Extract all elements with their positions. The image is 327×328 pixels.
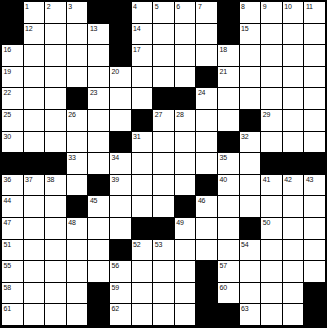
cell-r2c2[interactable]: 12 bbox=[24, 24, 45, 45]
cell-r1c7[interactable]: 4 bbox=[132, 2, 153, 23]
cell-r14c6[interactable]: 59 bbox=[110, 283, 131, 304]
cell-r11c10[interactable] bbox=[196, 218, 217, 239]
black-square-r15c5 bbox=[88, 304, 109, 325]
cell-r12c8[interactable]: 53 bbox=[153, 240, 174, 261]
clue-number-36: 36 bbox=[4, 175, 11, 184]
cell-r4c14[interactable] bbox=[283, 67, 304, 88]
cell-r14c3[interactable] bbox=[45, 283, 66, 304]
black-square-r13c10 bbox=[196, 261, 217, 282]
cell-r7c13[interactable] bbox=[261, 132, 282, 153]
cell-r2c9[interactable] bbox=[175, 24, 196, 45]
cell-r14c14[interactable] bbox=[283, 283, 304, 304]
cell-r9c7[interactable] bbox=[132, 175, 153, 196]
cell-r9c2[interactable]: 37 bbox=[24, 175, 45, 196]
black-square-r14c5 bbox=[88, 283, 109, 304]
cell-r6c11[interactable] bbox=[218, 110, 239, 131]
black-square-r8c2 bbox=[24, 153, 45, 174]
black-square-r15c11 bbox=[218, 304, 239, 325]
cell-r1c13[interactable]: 9 bbox=[261, 2, 282, 23]
clue-number-61: 61 bbox=[4, 304, 11, 313]
clue-number-29: 29 bbox=[263, 110, 270, 119]
cell-r5c7[interactable] bbox=[132, 88, 153, 109]
black-square-r1c6 bbox=[110, 2, 131, 23]
cell-r14c12[interactable] bbox=[240, 283, 261, 304]
cell-r9c15[interactable]: 43 bbox=[304, 175, 325, 196]
cell-r10c6[interactable] bbox=[110, 196, 131, 217]
clue-number-16: 16 bbox=[4, 45, 11, 54]
cell-r1c12[interactable]: 8 bbox=[240, 2, 261, 23]
black-square-r5c9 bbox=[175, 88, 196, 109]
clue-number-21: 21 bbox=[220, 67, 227, 76]
cell-r13c8[interactable] bbox=[153, 261, 174, 282]
cell-r12c7[interactable]: 52 bbox=[132, 240, 153, 261]
black-square-r7c11 bbox=[218, 132, 239, 153]
cell-r6c6[interactable] bbox=[110, 110, 131, 131]
clue-number-60: 60 bbox=[220, 283, 227, 292]
black-square-r12c6 bbox=[110, 240, 131, 261]
cell-r10c12[interactable] bbox=[240, 196, 261, 217]
cell-r10c15[interactable] bbox=[304, 196, 325, 217]
cell-r10c10[interactable]: 46 bbox=[196, 196, 217, 217]
black-square-r8c15 bbox=[304, 153, 325, 174]
cell-r10c11[interactable] bbox=[218, 196, 239, 217]
cell-r3c3[interactable] bbox=[45, 45, 66, 66]
cell-r4c7[interactable] bbox=[132, 67, 153, 88]
cell-r2c8[interactable] bbox=[153, 24, 174, 45]
cell-r10c14[interactable] bbox=[283, 196, 304, 217]
cell-r13c13[interactable] bbox=[261, 261, 282, 282]
clue-number-46: 46 bbox=[198, 196, 205, 205]
cell-r4c2[interactable] bbox=[24, 67, 45, 88]
cell-r11c4[interactable]: 48 bbox=[67, 218, 88, 239]
cell-r11c14[interactable] bbox=[283, 218, 304, 239]
clue-number-14: 14 bbox=[133, 24, 140, 33]
cell-r7c1[interactable]: 30 bbox=[2, 132, 23, 153]
clue-number-8: 8 bbox=[241, 2, 245, 11]
cell-r15c1[interactable]: 61 bbox=[2, 304, 23, 325]
cell-r8c9[interactable] bbox=[175, 153, 196, 174]
clue-number-15: 15 bbox=[241, 24, 248, 33]
cell-r6c13[interactable]: 29 bbox=[261, 110, 282, 131]
clue-number-41: 41 bbox=[263, 175, 270, 184]
cell-r3c14[interactable] bbox=[283, 45, 304, 66]
clue-number-39: 39 bbox=[112, 175, 119, 184]
cell-r8c8[interactable] bbox=[153, 153, 174, 174]
cell-r9c13[interactable]: 41 bbox=[261, 175, 282, 196]
cell-r6c9[interactable]: 28 bbox=[175, 110, 196, 131]
clue-number-44: 44 bbox=[4, 196, 11, 205]
cell-r13c3[interactable] bbox=[45, 261, 66, 282]
cell-r6c5[interactable] bbox=[88, 110, 109, 131]
cell-r3c9[interactable] bbox=[175, 45, 196, 66]
cell-r1c15[interactable]: 11 bbox=[304, 2, 325, 23]
cell-r13c6[interactable]: 56 bbox=[110, 261, 131, 282]
clue-number-10: 10 bbox=[284, 2, 291, 11]
clue-number-34: 34 bbox=[112, 153, 119, 162]
cell-r15c7[interactable] bbox=[132, 304, 153, 325]
clue-number-30: 30 bbox=[4, 132, 11, 141]
clue-number-24: 24 bbox=[198, 88, 205, 97]
cell-r9c14[interactable]: 42 bbox=[283, 175, 304, 196]
clue-number-28: 28 bbox=[176, 110, 183, 119]
cell-r13c1[interactable]: 55 bbox=[2, 261, 23, 282]
cell-r10c3[interactable] bbox=[45, 196, 66, 217]
cell-r13c7[interactable] bbox=[132, 261, 153, 282]
cell-r4c12[interactable] bbox=[240, 67, 261, 88]
cell-r6c14[interactable] bbox=[283, 110, 304, 131]
cell-r13c9[interactable] bbox=[175, 261, 196, 282]
cell-r6c15[interactable] bbox=[304, 110, 325, 131]
cell-r14c4[interactable] bbox=[67, 283, 88, 304]
cell-r10c2[interactable] bbox=[24, 196, 45, 217]
cell-r1c9[interactable]: 6 bbox=[175, 2, 196, 23]
clue-number-47: 47 bbox=[4, 218, 11, 227]
black-square-r5c8 bbox=[153, 88, 174, 109]
cell-r7c2[interactable] bbox=[24, 132, 45, 153]
cell-r7c10[interactable] bbox=[196, 132, 217, 153]
cell-r5c6[interactable] bbox=[110, 88, 131, 109]
cell-r2c3[interactable] bbox=[45, 24, 66, 45]
clue-number-25: 25 bbox=[4, 110, 11, 119]
clue-number-58: 58 bbox=[4, 283, 11, 292]
cell-r12c11[interactable] bbox=[218, 240, 239, 261]
cell-r6c10[interactable] bbox=[196, 110, 217, 131]
cell-r14c2[interactable] bbox=[24, 283, 45, 304]
black-square-r10c9 bbox=[175, 196, 196, 217]
cell-r3c10[interactable] bbox=[196, 45, 217, 66]
black-square-r2c1 bbox=[2, 24, 23, 45]
black-square-r15c15 bbox=[304, 304, 325, 325]
cell-r5c5[interactable]: 23 bbox=[88, 88, 109, 109]
cell-r15c14[interactable] bbox=[283, 304, 304, 325]
cell-r3c4[interactable] bbox=[67, 45, 88, 66]
cell-r9c4[interactable] bbox=[67, 175, 88, 196]
clue-number-55: 55 bbox=[4, 261, 11, 270]
cell-r12c10[interactable] bbox=[196, 240, 217, 261]
cell-r10c7[interactable] bbox=[132, 196, 153, 217]
cell-r13c5[interactable] bbox=[88, 261, 109, 282]
cell-r1c10[interactable]: 7 bbox=[196, 2, 217, 23]
clue-number-9: 9 bbox=[263, 2, 267, 11]
cell-r3c7[interactable]: 17 bbox=[132, 45, 153, 66]
cell-r15c3[interactable] bbox=[45, 304, 66, 325]
cell-r5c15[interactable] bbox=[304, 88, 325, 109]
clue-number-26: 26 bbox=[68, 110, 75, 119]
cell-r7c15[interactable] bbox=[304, 132, 325, 153]
clue-number-31: 31 bbox=[133, 132, 140, 141]
cell-r12c3[interactable] bbox=[45, 240, 66, 261]
cell-r12c1[interactable]: 51 bbox=[2, 240, 23, 261]
clue-number-38: 38 bbox=[47, 175, 54, 184]
cell-r6c8[interactable]: 27 bbox=[153, 110, 174, 131]
cell-r8c7[interactable] bbox=[132, 153, 153, 174]
clue-number-20: 20 bbox=[112, 67, 119, 76]
cell-r12c9[interactable] bbox=[175, 240, 196, 261]
clue-number-3: 3 bbox=[68, 2, 72, 11]
cell-r8c6[interactable]: 34 bbox=[110, 153, 131, 174]
cell-r4c1[interactable]: 19 bbox=[2, 67, 23, 88]
cell-r15c12[interactable]: 63 bbox=[240, 304, 261, 325]
cell-r2c12[interactable]: 15 bbox=[240, 24, 261, 45]
black-square-r5c4 bbox=[67, 88, 88, 109]
cell-r1c2[interactable]: 1 bbox=[24, 2, 45, 23]
black-square-r1c11 bbox=[218, 2, 239, 23]
cell-r9c6[interactable]: 39 bbox=[110, 175, 131, 196]
cell-r14c8[interactable] bbox=[153, 283, 174, 304]
clue-number-4: 4 bbox=[133, 2, 137, 11]
black-square-r10c4 bbox=[67, 196, 88, 217]
cell-r1c8[interactable]: 5 bbox=[153, 2, 174, 23]
cell-r5c10[interactable]: 24 bbox=[196, 88, 217, 109]
cell-r14c1[interactable]: 58 bbox=[2, 283, 23, 304]
cell-r1c14[interactable]: 10 bbox=[283, 2, 304, 23]
cell-r7c8[interactable] bbox=[153, 132, 174, 153]
clue-number-11: 11 bbox=[306, 2, 313, 11]
cell-r7c12[interactable]: 32 bbox=[240, 132, 261, 153]
cell-r1c3[interactable]: 2 bbox=[45, 2, 66, 23]
cell-r3c8[interactable] bbox=[153, 45, 174, 66]
black-square-r9c10 bbox=[196, 175, 217, 196]
black-square-r6c12 bbox=[240, 110, 261, 131]
black-square-r8c3 bbox=[45, 153, 66, 174]
cell-r2c10[interactable] bbox=[196, 24, 217, 45]
cell-r3c15[interactable] bbox=[304, 45, 325, 66]
clue-number-13: 13 bbox=[90, 24, 97, 33]
clue-number-1: 1 bbox=[25, 2, 29, 11]
crossword-grid: 1234567891011121314151617181920212223242… bbox=[0, 0, 327, 328]
clue-number-35: 35 bbox=[220, 153, 227, 162]
cell-r5c1[interactable]: 22 bbox=[2, 88, 23, 109]
cell-r9c3[interactable]: 38 bbox=[45, 175, 66, 196]
black-square-r11c12 bbox=[240, 218, 261, 239]
cell-r11c13[interactable]: 50 bbox=[261, 218, 282, 239]
cell-r9c9[interactable] bbox=[175, 175, 196, 196]
cell-r15c6[interactable]: 62 bbox=[110, 304, 131, 325]
cell-r3c11[interactable]: 18 bbox=[218, 45, 239, 66]
cell-r11c9[interactable]: 49 bbox=[175, 218, 196, 239]
cell-r2c4[interactable] bbox=[67, 24, 88, 45]
clue-number-45: 45 bbox=[90, 196, 97, 205]
black-square-r11c8 bbox=[153, 218, 174, 239]
clue-number-5: 5 bbox=[155, 2, 159, 11]
cell-r11c1[interactable]: 47 bbox=[2, 218, 23, 239]
clue-number-22: 22 bbox=[4, 88, 11, 97]
cell-r4c11[interactable]: 21 bbox=[218, 67, 239, 88]
cell-r2c5[interactable]: 13 bbox=[88, 24, 109, 45]
clue-number-54: 54 bbox=[241, 240, 248, 249]
cell-r3c1[interactable]: 16 bbox=[2, 45, 23, 66]
cell-r2c14[interactable] bbox=[283, 24, 304, 45]
cell-r7c3[interactable] bbox=[45, 132, 66, 153]
black-square-r1c5 bbox=[88, 2, 109, 23]
cell-r5c2[interactable] bbox=[24, 88, 45, 109]
cell-r13c11[interactable]: 57 bbox=[218, 261, 239, 282]
clue-number-43: 43 bbox=[306, 175, 313, 184]
clue-number-23: 23 bbox=[90, 88, 97, 97]
cell-r6c1[interactable]: 25 bbox=[2, 110, 23, 131]
black-square-r14c10 bbox=[196, 283, 217, 304]
cell-r11c2[interactable] bbox=[24, 218, 45, 239]
cell-r4c13[interactable] bbox=[261, 67, 282, 88]
cell-r13c2[interactable] bbox=[24, 261, 45, 282]
cell-r9c12[interactable] bbox=[240, 175, 261, 196]
cell-r8c4[interactable]: 33 bbox=[67, 153, 88, 174]
cell-r14c7[interactable] bbox=[132, 283, 153, 304]
cell-r9c11[interactable]: 40 bbox=[218, 175, 239, 196]
cell-r2c15[interactable] bbox=[304, 24, 325, 45]
clue-number-49: 49 bbox=[176, 218, 183, 227]
cell-r5c3[interactable] bbox=[45, 88, 66, 109]
cell-r5c14[interactable] bbox=[283, 88, 304, 109]
black-square-r2c6 bbox=[110, 24, 131, 45]
black-square-r11c7 bbox=[132, 218, 153, 239]
clue-number-7: 7 bbox=[198, 2, 202, 11]
cell-r6c4[interactable]: 26 bbox=[67, 110, 88, 131]
clue-number-6: 6 bbox=[176, 2, 180, 11]
cell-r6c3[interactable] bbox=[45, 110, 66, 131]
cell-r3c12[interactable] bbox=[240, 45, 261, 66]
clue-number-17: 17 bbox=[133, 45, 140, 54]
cell-r15c13[interactable] bbox=[261, 304, 282, 325]
black-square-r8c14 bbox=[283, 153, 304, 174]
cell-r2c13[interactable] bbox=[261, 24, 282, 45]
cell-r14c13[interactable] bbox=[261, 283, 282, 304]
cell-r14c11[interactable]: 60 bbox=[218, 283, 239, 304]
clue-number-48: 48 bbox=[68, 218, 75, 227]
cell-r15c2[interactable] bbox=[24, 304, 45, 325]
black-square-r3c6 bbox=[110, 45, 131, 66]
clue-number-33: 33 bbox=[68, 153, 75, 162]
cell-r12c14[interactable] bbox=[283, 240, 304, 261]
clue-number-12: 12 bbox=[25, 24, 32, 33]
cell-r1c4[interactable]: 3 bbox=[67, 2, 88, 23]
clue-number-37: 37 bbox=[25, 175, 32, 184]
cell-r4c8[interactable] bbox=[153, 67, 174, 88]
cell-r4c15[interactable] bbox=[304, 67, 325, 88]
cell-r13c4[interactable] bbox=[67, 261, 88, 282]
clue-number-52: 52 bbox=[133, 240, 140, 249]
cell-r12c15[interactable] bbox=[304, 240, 325, 261]
clue-number-32: 32 bbox=[241, 132, 248, 141]
cell-r12c13[interactable] bbox=[261, 240, 282, 261]
black-square-r9c5 bbox=[88, 175, 109, 196]
cell-r2c7[interactable]: 14 bbox=[132, 24, 153, 45]
cell-r11c15[interactable] bbox=[304, 218, 325, 239]
black-square-r6c7 bbox=[132, 110, 153, 131]
clue-number-40: 40 bbox=[220, 175, 227, 184]
crossword-page: 1234567891011121314151617181920212223242… bbox=[0, 0, 327, 328]
cell-r10c1[interactable]: 44 bbox=[2, 196, 23, 217]
cell-r4c4[interactable] bbox=[67, 67, 88, 88]
cell-r13c12[interactable] bbox=[240, 261, 261, 282]
cell-r8c5[interactable] bbox=[88, 153, 109, 174]
cell-r12c4[interactable] bbox=[67, 240, 88, 261]
cell-r13c14[interactable] bbox=[283, 261, 304, 282]
cell-r5c13[interactable] bbox=[261, 88, 282, 109]
black-square-r2c11 bbox=[218, 24, 239, 45]
cell-r3c13[interactable] bbox=[261, 45, 282, 66]
cell-r9c8[interactable] bbox=[153, 175, 174, 196]
clue-number-27: 27 bbox=[155, 110, 162, 119]
clue-number-63: 63 bbox=[241, 304, 248, 313]
clue-number-51: 51 bbox=[4, 240, 11, 249]
black-square-r14c15 bbox=[304, 283, 325, 304]
clue-number-42: 42 bbox=[284, 175, 291, 184]
cell-r15c4[interactable] bbox=[67, 304, 88, 325]
cell-r3c2[interactable] bbox=[24, 45, 45, 66]
cell-r5c12[interactable] bbox=[240, 88, 261, 109]
black-square-r8c1 bbox=[2, 153, 23, 174]
cell-r5c11[interactable] bbox=[218, 88, 239, 109]
cell-r7c7[interactable]: 31 bbox=[132, 132, 153, 153]
clue-number-56: 56 bbox=[112, 261, 119, 270]
clue-number-50: 50 bbox=[263, 218, 270, 227]
cell-r10c8[interactable] bbox=[153, 196, 174, 217]
cell-r7c9[interactable] bbox=[175, 132, 196, 153]
cell-r8c11[interactable]: 35 bbox=[218, 153, 239, 174]
cell-r15c8[interactable] bbox=[153, 304, 174, 325]
clue-number-62: 62 bbox=[112, 304, 119, 313]
black-square-r8c13 bbox=[261, 153, 282, 174]
cell-r11c11[interactable] bbox=[218, 218, 239, 239]
cell-r15c9[interactable] bbox=[175, 304, 196, 325]
clue-number-57: 57 bbox=[220, 261, 227, 270]
cell-r11c5[interactable] bbox=[88, 218, 109, 239]
cell-r12c2[interactable] bbox=[24, 240, 45, 261]
cell-r10c5[interactable]: 45 bbox=[88, 196, 109, 217]
cell-r7c14[interactable] bbox=[283, 132, 304, 153]
clue-number-18: 18 bbox=[220, 45, 227, 54]
black-square-r7c6 bbox=[110, 132, 131, 153]
cell-r7c4[interactable] bbox=[67, 132, 88, 153]
cell-r6c2[interactable] bbox=[24, 110, 45, 131]
cell-r13c15[interactable] bbox=[304, 261, 325, 282]
cell-r4c5[interactable] bbox=[88, 67, 109, 88]
cell-r10c13[interactable] bbox=[261, 196, 282, 217]
clue-number-19: 19 bbox=[4, 67, 11, 76]
clue-number-59: 59 bbox=[112, 283, 119, 292]
black-square-r1c1 bbox=[2, 2, 23, 23]
cell-r9c1[interactable]: 36 bbox=[2, 175, 23, 196]
cell-r11c3[interactable] bbox=[45, 218, 66, 239]
cell-r12c5[interactable] bbox=[88, 240, 109, 261]
black-square-r15c10 bbox=[196, 304, 217, 325]
cell-r4c3[interactable] bbox=[45, 67, 66, 88]
cell-r11c6[interactable] bbox=[110, 218, 131, 239]
clue-number-2: 2 bbox=[47, 2, 51, 11]
cell-r14c9[interactable] bbox=[175, 283, 196, 304]
cell-r8c10[interactable] bbox=[196, 153, 217, 174]
cell-r4c6[interactable]: 20 bbox=[110, 67, 131, 88]
black-square-r4c10 bbox=[196, 67, 217, 88]
cell-r3c5[interactable] bbox=[88, 45, 109, 66]
cell-r4c9[interactable] bbox=[175, 67, 196, 88]
cell-r12c12[interactable]: 54 bbox=[240, 240, 261, 261]
cell-r8c12[interactable] bbox=[240, 153, 261, 174]
cell-r7c5[interactable] bbox=[88, 132, 109, 153]
clue-number-53: 53 bbox=[155, 240, 162, 249]
